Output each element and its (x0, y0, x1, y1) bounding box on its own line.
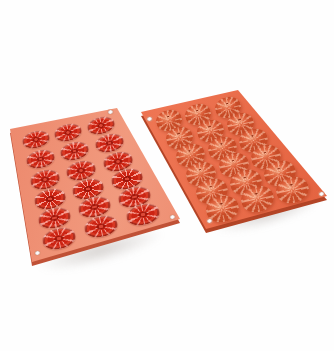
product-photo (0, 0, 334, 351)
mold-bottom-view (0, 0, 334, 351)
